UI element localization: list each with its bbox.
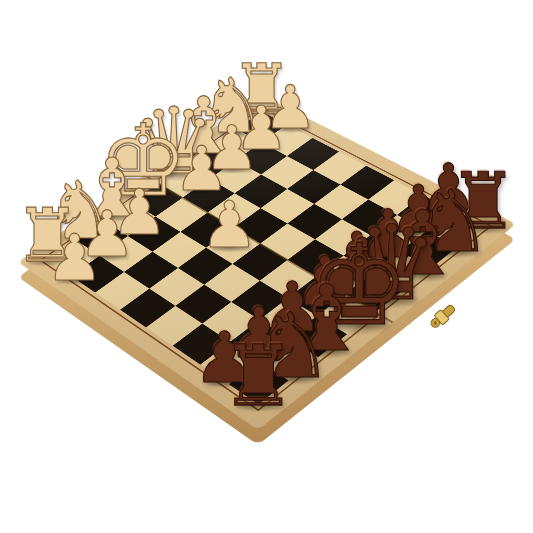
chess-board bbox=[18, 95, 516, 430]
chess-set-photo: ♜♞♝♛♚♝♞♜♟♟♟♟♟♟♟♟♟♟♟♟♟♟♟♟♜♞♝♛♚♝♞♜ bbox=[0, 0, 533, 533]
board-sheen bbox=[18, 95, 516, 430]
brass-clasp-icon bbox=[424, 297, 460, 337]
